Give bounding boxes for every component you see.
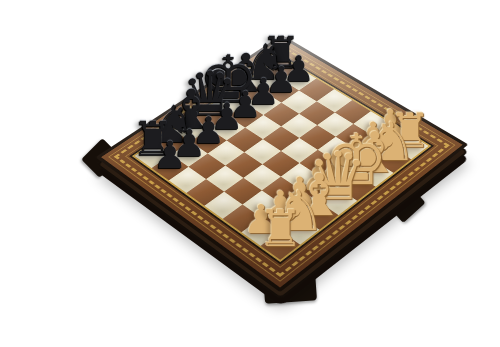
chess-set-photo: ♜♞♝♛♚♝♞♜♟♟♟♟♟♟♟♟♟♟♟♟♟♟♟♟♜♞♝♛♚♝♞♜ [0,0,500,347]
board-frame [101,38,463,288]
chess-board [96,35,469,292]
